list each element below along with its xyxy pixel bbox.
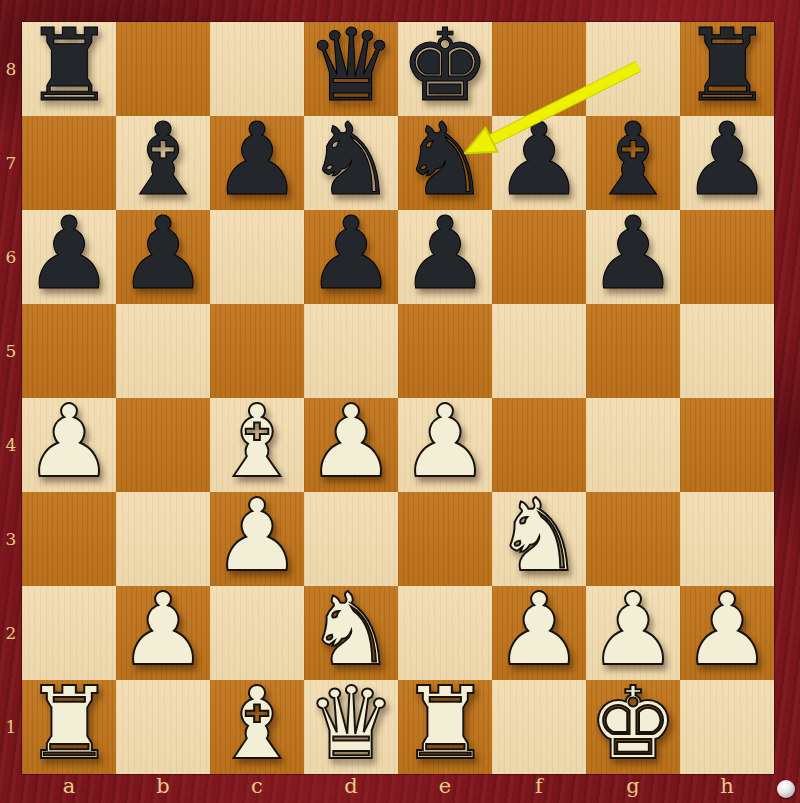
file-label-a: a — [22, 772, 116, 803]
square-f1[interactable] — [492, 680, 586, 774]
square-h7[interactable]: ♟ — [680, 116, 774, 210]
file-label-d: d — [304, 772, 398, 803]
white-pawn-h2[interactable]: ♟ — [682, 580, 772, 680]
file-label-h: h — [680, 772, 774, 803]
square-c3[interactable]: ♟ — [210, 492, 304, 586]
square-e4[interactable]: ♟ — [398, 398, 492, 492]
square-a6[interactable]: ♟ — [22, 210, 116, 304]
white-pawn-b2[interactable]: ♟ — [118, 580, 208, 680]
square-d1[interactable]: ♛ — [304, 680, 398, 774]
black-pawn-h7[interactable]: ♟ — [682, 110, 772, 210]
white-pawn-f2[interactable]: ♟ — [494, 580, 584, 680]
file-label-f: f — [492, 772, 586, 803]
square-e3[interactable] — [398, 492, 492, 586]
square-d4[interactable]: ♟ — [304, 398, 398, 492]
square-a1[interactable]: ♜ — [22, 680, 116, 774]
square-a3[interactable] — [22, 492, 116, 586]
black-pawn-g6[interactable]: ♟ — [588, 204, 678, 304]
white-to-move-indicator — [777, 780, 795, 798]
black-rook-a8[interactable]: ♜ — [24, 16, 114, 116]
square-b2[interactable]: ♟ — [116, 586, 210, 680]
file-label-g: g — [586, 772, 680, 803]
white-queen-d1[interactable]: ♛ — [306, 674, 396, 774]
black-pawn-e6[interactable]: ♟ — [400, 204, 490, 304]
square-f5[interactable] — [492, 304, 586, 398]
white-pawn-c3[interactable]: ♟ — [212, 486, 302, 586]
square-h1[interactable] — [680, 680, 774, 774]
black-pawn-d6[interactable]: ♟ — [306, 204, 396, 304]
square-c6[interactable] — [210, 210, 304, 304]
black-pawn-a6[interactable]: ♟ — [24, 204, 114, 304]
square-c7[interactable]: ♟ — [210, 116, 304, 210]
square-c1[interactable]: ♝ — [210, 680, 304, 774]
rank-label-8: 8 — [0, 22, 22, 116]
square-g4[interactable] — [586, 398, 680, 492]
square-g6[interactable]: ♟ — [586, 210, 680, 304]
square-f2[interactable]: ♟ — [492, 586, 586, 680]
square-a8[interactable]: ♜ — [22, 22, 116, 116]
white-pawn-a4[interactable]: ♟ — [24, 392, 114, 492]
white-king-g1[interactable]: ♚ — [588, 674, 678, 774]
square-g1[interactable]: ♚ — [586, 680, 680, 774]
white-pawn-e4[interactable]: ♟ — [400, 392, 490, 492]
rank-label-7: 7 — [0, 116, 22, 210]
square-e6[interactable]: ♟ — [398, 210, 492, 304]
square-d6[interactable]: ♟ — [304, 210, 398, 304]
rank-label-4: 4 — [0, 398, 22, 492]
file-label-c: c — [210, 772, 304, 803]
square-h5[interactable] — [680, 304, 774, 398]
file-label-e: e — [398, 772, 492, 803]
square-b4[interactable] — [116, 398, 210, 492]
white-pawn-d4[interactable]: ♟ — [306, 392, 396, 492]
square-h6[interactable] — [680, 210, 774, 304]
square-b5[interactable] — [116, 304, 210, 398]
rank-label-3: 3 — [0, 492, 22, 586]
square-a4[interactable]: ♟ — [22, 398, 116, 492]
square-f7[interactable]: ♟ — [492, 116, 586, 210]
rank-label-2: 2 — [0, 586, 22, 680]
square-g5[interactable] — [586, 304, 680, 398]
square-f6[interactable] — [492, 210, 586, 304]
white-rook-e1[interactable]: ♜ — [400, 674, 490, 774]
square-b6[interactable]: ♟ — [116, 210, 210, 304]
rank-label-6: 6 — [0, 210, 22, 304]
square-e1[interactable]: ♜ — [398, 680, 492, 774]
chess-board: ♜♛♚♜♝♟♞♞♟♝♟♟♟♟♟♟♟♝♟♟♟♞♟♞♟♟♟♜♝♛♜♚ — [22, 22, 774, 774]
white-rook-a1[interactable]: ♜ — [24, 674, 114, 774]
white-bishop-c1[interactable]: ♝ — [212, 674, 302, 774]
square-h2[interactable]: ♟ — [680, 586, 774, 680]
board-frame: ♜♛♚♜♝♟♞♞♟♝♟♟♟♟♟♟♟♝♟♟♟♞♟♞♟♟♟♜♝♛♜♚ 8765432… — [0, 0, 800, 803]
square-h4[interactable] — [680, 398, 774, 492]
file-label-b: b — [116, 772, 210, 803]
black-pawn-c7[interactable]: ♟ — [212, 110, 302, 210]
black-pawn-f7[interactable]: ♟ — [494, 110, 584, 210]
rank-label-5: 5 — [0, 304, 22, 398]
square-b1[interactable] — [116, 680, 210, 774]
black-pawn-b6[interactable]: ♟ — [118, 204, 208, 304]
rank-label-1: 1 — [0, 680, 22, 774]
